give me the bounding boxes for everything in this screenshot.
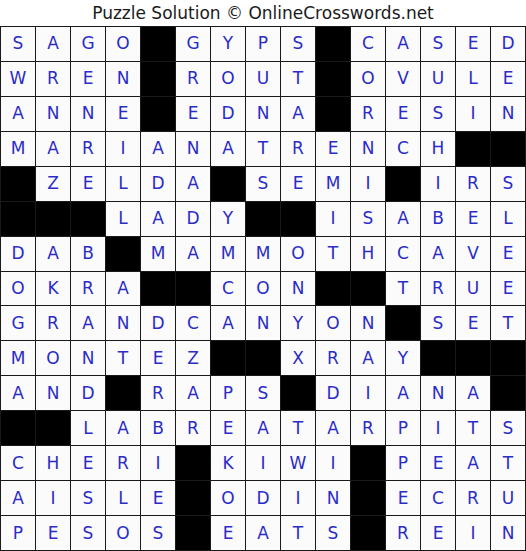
letter-cell-r6c6: D xyxy=(176,202,210,236)
black-cell-r2c10 xyxy=(316,62,350,96)
letter-cell-r14c1: A xyxy=(1,481,35,515)
black-cell-r4c15 xyxy=(491,132,525,166)
black-cell-r6c8 xyxy=(246,202,280,236)
letter-cell-r4c1: M xyxy=(1,132,35,166)
letter-cell-r8c9: N xyxy=(281,272,315,306)
letter-cell-r10c1: M xyxy=(1,341,35,375)
letter-cell-r2c3: E xyxy=(71,62,105,96)
black-cell-r10c14 xyxy=(456,341,490,375)
letter-cell-r11c7: P xyxy=(211,376,245,410)
letter-cell-r8c3: R xyxy=(71,272,105,306)
letter-cell-r2c4: N xyxy=(106,62,140,96)
letter-cell-r14c12: E xyxy=(386,481,420,515)
letter-cell-r8c2: K xyxy=(36,272,70,306)
letter-cell-r7c1: D xyxy=(1,237,35,271)
black-cell-r5c7 xyxy=(211,167,245,201)
letter-cell-r2c13: U xyxy=(421,62,455,96)
letter-cell-r3c11: R xyxy=(351,97,385,131)
letter-cell-r6c14: E xyxy=(456,202,490,236)
letter-cell-r2c15: E xyxy=(491,62,525,96)
letter-cell-r10c10: R xyxy=(316,341,350,375)
letter-cell-r4c4: I xyxy=(106,132,140,166)
letter-cell-r1c9: S xyxy=(281,27,315,61)
black-cell-r15c11 xyxy=(351,516,385,550)
letter-cell-r12c7: E xyxy=(211,411,245,445)
letter-cell-r5c13: I xyxy=(421,167,455,201)
letter-cell-r9c6: C xyxy=(176,306,210,340)
letter-cell-r9c5: D xyxy=(141,306,175,340)
letter-cell-r14c2: I xyxy=(36,481,70,515)
black-cell-r12c2 xyxy=(36,411,70,445)
letter-cell-r4c10: E xyxy=(316,132,350,166)
letter-cell-r13c5: I xyxy=(141,446,175,480)
letter-cell-r4c9: R xyxy=(281,132,315,166)
letter-cell-r12c12: P xyxy=(386,411,420,445)
letter-cell-r14c8: D xyxy=(246,481,280,515)
black-cell-r2c5 xyxy=(141,62,175,96)
letter-cell-r5c11: I xyxy=(351,167,385,201)
letter-cell-r12c15: S xyxy=(491,411,525,445)
letter-cell-r9c10: O xyxy=(316,306,350,340)
letter-cell-r15c12: R xyxy=(386,516,420,550)
letter-cell-r8c15: E xyxy=(491,272,525,306)
letter-cell-r3c14: I xyxy=(456,97,490,131)
letter-cell-r1c8: P xyxy=(246,27,280,61)
letter-cell-r14c14: R xyxy=(456,481,490,515)
letter-cell-r11c10: D xyxy=(316,376,350,410)
letter-cell-r4c6: N xyxy=(176,132,210,166)
black-cell-r9c12 xyxy=(386,306,420,340)
letter-cell-r7c2: A xyxy=(36,237,70,271)
letter-cell-r5c4: L xyxy=(106,167,140,201)
letter-cell-r13c14: A xyxy=(456,446,490,480)
letter-cell-r1c4: O xyxy=(106,27,140,61)
black-cell-r3c5 xyxy=(141,97,175,131)
black-cell-r4c14 xyxy=(456,132,490,166)
black-cell-r11c9 xyxy=(281,376,315,410)
letter-cell-r10c5: E xyxy=(141,341,175,375)
crossword-solution-page: Puzzle Solution © OnlineCrosswords.net S… xyxy=(0,0,526,551)
letter-cell-r15c4: O xyxy=(106,516,140,550)
letter-cell-r3c7: D xyxy=(211,97,245,131)
letter-cell-r1c7: Y xyxy=(211,27,245,61)
black-cell-r10c15 xyxy=(491,341,525,375)
black-cell-r1c5 xyxy=(141,27,175,61)
letter-cell-r8c4: A xyxy=(106,272,140,306)
letter-cell-r5c9: E xyxy=(281,167,315,201)
letter-cell-r1c3: G xyxy=(71,27,105,61)
letter-cell-r9c13: S xyxy=(421,306,455,340)
letter-cell-r13c8: I xyxy=(246,446,280,480)
letter-cell-r3c12: E xyxy=(386,97,420,131)
letter-cell-r7c10: T xyxy=(316,237,350,271)
letter-cell-r11c1: A xyxy=(1,376,35,410)
letter-cell-r3c6: E xyxy=(176,97,210,131)
black-cell-r1c10 xyxy=(316,27,350,61)
letter-cell-r9c14: E xyxy=(456,306,490,340)
letter-cell-r5c15: S xyxy=(491,167,525,201)
letter-cell-r1c14: E xyxy=(456,27,490,61)
letter-cell-r7c9: O xyxy=(281,237,315,271)
letter-cell-r6c11: S xyxy=(351,202,385,236)
letter-cell-r14c3: S xyxy=(71,481,105,515)
letter-cell-r8c7: C xyxy=(211,272,245,306)
letter-cell-r9c4: N xyxy=(106,306,140,340)
letter-cell-r6c10: I xyxy=(316,202,350,236)
letter-cell-r15c9: T xyxy=(281,516,315,550)
letter-cell-r11c11: I xyxy=(351,376,385,410)
letter-cell-r12c6: R xyxy=(176,411,210,445)
letter-cell-r13c13: E xyxy=(421,446,455,480)
letter-cell-r2c14: L xyxy=(456,62,490,96)
letter-cell-r9c8: N xyxy=(246,306,280,340)
letter-cell-r11c12: A xyxy=(386,376,420,410)
letter-cell-r7c13: A xyxy=(421,237,455,271)
letter-cell-r4c2: A xyxy=(36,132,70,166)
letter-cell-r15c7: E xyxy=(211,516,245,550)
black-cell-r6c1 xyxy=(1,202,35,236)
black-cell-r6c3 xyxy=(71,202,105,236)
letter-cell-r8c14: U xyxy=(456,272,490,306)
letter-cell-r12c11: R xyxy=(351,411,385,445)
letter-cell-r2c9: T xyxy=(281,62,315,96)
black-cell-r5c1 xyxy=(1,167,35,201)
letter-cell-r2c7: O xyxy=(211,62,245,96)
letter-cell-r14c9: I xyxy=(281,481,315,515)
letter-cell-r11c2: N xyxy=(36,376,70,410)
letter-cell-r13c2: H xyxy=(36,446,70,480)
letter-cell-r6c4: L xyxy=(106,202,140,236)
letter-cell-r15c8: A xyxy=(246,516,280,550)
letter-cell-r1c2: A xyxy=(36,27,70,61)
letter-cell-r7c14: V xyxy=(456,237,490,271)
letter-cell-r7c3: B xyxy=(71,237,105,271)
letter-cell-r3c2: N xyxy=(36,97,70,131)
black-cell-r11c4 xyxy=(106,376,140,410)
letter-cell-r6c7: Y xyxy=(211,202,245,236)
letter-cell-r13c7: K xyxy=(211,446,245,480)
black-cell-r6c2 xyxy=(36,202,70,236)
letter-cell-r11c13: N xyxy=(421,376,455,410)
letter-cell-r3c1: A xyxy=(1,97,35,131)
letter-cell-r11c8: S xyxy=(246,376,280,410)
letter-cell-r7c7: M xyxy=(211,237,245,271)
letter-cell-r15c14: I xyxy=(456,516,490,550)
letter-cell-r3c15: N xyxy=(491,97,525,131)
letter-cell-r1c11: C xyxy=(351,27,385,61)
letter-cell-r9c3: A xyxy=(71,306,105,340)
letter-cell-r14c5: E xyxy=(141,481,175,515)
black-cell-r5c12 xyxy=(386,167,420,201)
black-cell-r8c6 xyxy=(176,272,210,306)
black-cell-r8c10 xyxy=(316,272,350,306)
letter-cell-r12c4: A xyxy=(106,411,140,445)
letter-cell-r10c2: O xyxy=(36,341,70,375)
letter-cell-r12c10: A xyxy=(316,411,350,445)
letter-cell-r7c12: C xyxy=(386,237,420,271)
letter-cell-r4c3: R xyxy=(71,132,105,166)
black-cell-r8c11 xyxy=(351,272,385,306)
letter-cell-r4c12: C xyxy=(386,132,420,166)
letter-cell-r3c8: N xyxy=(246,97,280,131)
letter-cell-r9c11: N xyxy=(351,306,385,340)
letter-cell-r14c15: U xyxy=(491,481,525,515)
letter-cell-r2c2: R xyxy=(36,62,70,96)
letter-cell-r6c13: B xyxy=(421,202,455,236)
letter-cell-r2c1: W xyxy=(1,62,35,96)
letter-cell-r6c15: L xyxy=(491,202,525,236)
letter-cell-r15c3: S xyxy=(71,516,105,550)
letter-cell-r1c6: G xyxy=(176,27,210,61)
letter-cell-r8c8: O xyxy=(246,272,280,306)
black-cell-r14c6 xyxy=(176,481,210,515)
letter-cell-r13c12: P xyxy=(386,446,420,480)
letter-cell-r14c13: C xyxy=(421,481,455,515)
letter-cell-r7c6: A xyxy=(176,237,210,271)
letter-cell-r10c4: T xyxy=(106,341,140,375)
crossword-grid: SAGOGYPSCASEDWRENROUTOVULEANNEEDNARESINM… xyxy=(0,26,526,551)
letter-cell-r9c7: A xyxy=(211,306,245,340)
letter-cell-r1c15: D xyxy=(491,27,525,61)
letter-cell-r10c6: Z xyxy=(176,341,210,375)
black-cell-r13c6 xyxy=(176,446,210,480)
letter-cell-r1c13: S xyxy=(421,27,455,61)
letter-cell-r13c9: W xyxy=(281,446,315,480)
letter-cell-r11c3: D xyxy=(71,376,105,410)
letter-cell-r4c13: H xyxy=(421,132,455,166)
letter-cell-r15c15: N xyxy=(491,516,525,550)
black-cell-r12c1 xyxy=(1,411,35,445)
letter-cell-r9c15: T xyxy=(491,306,525,340)
letter-cell-r11c6: A xyxy=(176,376,210,410)
letter-cell-r5c14: R xyxy=(456,167,490,201)
letter-cell-r9c1: G xyxy=(1,306,35,340)
letter-cell-r3c4: E xyxy=(106,97,140,131)
black-cell-r13c11 xyxy=(351,446,385,480)
letter-cell-r9c9: Y xyxy=(281,306,315,340)
letter-cell-r10c3: N xyxy=(71,341,105,375)
letter-cell-r4c8: T xyxy=(246,132,280,166)
letter-cell-r2c11: O xyxy=(351,62,385,96)
letter-cell-r2c6: R xyxy=(176,62,210,96)
black-cell-r3c10 xyxy=(316,97,350,131)
black-cell-r6c9 xyxy=(281,202,315,236)
letter-cell-r4c11: N xyxy=(351,132,385,166)
black-cell-r14c11 xyxy=(351,481,385,515)
letter-cell-r12c14: T xyxy=(456,411,490,445)
title-bar: Puzzle Solution © OnlineCrosswords.net xyxy=(0,0,526,26)
letter-cell-r4c5: A xyxy=(141,132,175,166)
letter-cell-r5c10: M xyxy=(316,167,350,201)
letter-cell-r13c15: T xyxy=(491,446,525,480)
letter-cell-r12c5: B xyxy=(141,411,175,445)
letter-cell-r7c15: E xyxy=(491,237,525,271)
letter-cell-r6c5: A xyxy=(141,202,175,236)
black-cell-r11c15 xyxy=(491,376,525,410)
letter-cell-r2c8: U xyxy=(246,62,280,96)
letter-cell-r14c7: O xyxy=(211,481,245,515)
letter-cell-r14c10: N xyxy=(316,481,350,515)
black-cell-r10c13 xyxy=(421,341,455,375)
letter-cell-r5c2: Z xyxy=(36,167,70,201)
letter-cell-r10c12: Y xyxy=(386,341,420,375)
letter-cell-r7c5: M xyxy=(141,237,175,271)
black-cell-r7c4 xyxy=(106,237,140,271)
letter-cell-r10c11: A xyxy=(351,341,385,375)
black-cell-r15c6 xyxy=(176,516,210,550)
letter-cell-r9c2: R xyxy=(36,306,70,340)
black-cell-r8c5 xyxy=(141,272,175,306)
letter-cell-r2c12: V xyxy=(386,62,420,96)
letter-cell-r3c9: A xyxy=(281,97,315,131)
letter-cell-r5c8: S xyxy=(246,167,280,201)
letter-cell-r1c12: A xyxy=(386,27,420,61)
letter-cell-r1c1: S xyxy=(1,27,35,61)
letter-cell-r8c1: O xyxy=(1,272,35,306)
letter-cell-r8c12: T xyxy=(386,272,420,306)
black-cell-r10c7 xyxy=(211,341,245,375)
letter-cell-r7c11: H xyxy=(351,237,385,271)
letter-cell-r12c8: A xyxy=(246,411,280,445)
letter-cell-r15c1: P xyxy=(1,516,35,550)
letter-cell-r5c3: E xyxy=(71,167,105,201)
letter-cell-r5c5: D xyxy=(141,167,175,201)
letter-cell-r8c13: R xyxy=(421,272,455,306)
letter-cell-r6c12: A xyxy=(386,202,420,236)
letter-cell-r5c6: A xyxy=(176,167,210,201)
letter-cell-r11c5: R xyxy=(141,376,175,410)
letter-cell-r12c9: T xyxy=(281,411,315,445)
letter-cell-r12c3: L xyxy=(71,411,105,445)
letter-cell-r13c4: R xyxy=(106,446,140,480)
letter-cell-r15c5: S xyxy=(141,516,175,550)
black-cell-r10c8 xyxy=(246,341,280,375)
letter-cell-r13c10: I xyxy=(316,446,350,480)
letter-cell-r15c2: E xyxy=(36,516,70,550)
letter-cell-r7c8: M xyxy=(246,237,280,271)
letter-cell-r12c13: I xyxy=(421,411,455,445)
letter-cell-r4c7: A xyxy=(211,132,245,166)
page-title: Puzzle Solution © OnlineCrosswords.net xyxy=(92,3,434,23)
letter-cell-r10c9: X xyxy=(281,341,315,375)
letter-cell-r14c4: L xyxy=(106,481,140,515)
letter-cell-r3c13: S xyxy=(421,97,455,131)
letter-cell-r13c1: C xyxy=(1,446,35,480)
letter-cell-r3c3: N xyxy=(71,97,105,131)
letter-cell-r13c3: E xyxy=(71,446,105,480)
letter-cell-r15c10: S xyxy=(316,516,350,550)
letter-cell-r11c14: A xyxy=(456,376,490,410)
letter-cell-r15c13: E xyxy=(421,516,455,550)
